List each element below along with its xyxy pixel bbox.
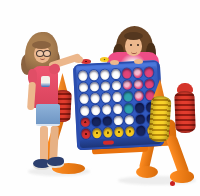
board-grid bbox=[78, 67, 156, 139]
logo-sticker bbox=[103, 140, 114, 145]
girl-right-hand-right bbox=[134, 59, 143, 64]
board-cell-r1c5 bbox=[122, 68, 131, 78]
board-cell-r5c5 bbox=[125, 115, 134, 125]
board-cell-r3c6 bbox=[135, 91, 144, 101]
board-cell-r1c4 bbox=[111, 69, 120, 79]
board-cell-r6c6 bbox=[136, 126, 145, 136]
girl-left-smile bbox=[40, 56, 45, 60]
board-cell-r5c4 bbox=[114, 115, 123, 125]
frame-front-foot bbox=[136, 166, 158, 178]
board-cell-r1c3 bbox=[100, 69, 109, 79]
rail-disc-yellow bbox=[100, 57, 109, 62]
board-cell-r1c6 bbox=[133, 68, 142, 78]
board-cell-r3c4 bbox=[113, 92, 122, 102]
board-cell-r5c2 bbox=[92, 117, 101, 127]
board-cell-r2c3 bbox=[101, 81, 110, 91]
board-cell-r6c5 bbox=[125, 127, 134, 137]
board-cell-r2c7 bbox=[145, 79, 154, 89]
girl-left-bangs bbox=[32, 41, 51, 49]
girl-left-leg-left bbox=[40, 126, 48, 162]
girl-right-eye-right bbox=[137, 44, 139, 46]
board-cell-r6c1 bbox=[81, 129, 90, 139]
girl-right-smile bbox=[131, 49, 137, 54]
board-cell-r1c1 bbox=[78, 71, 87, 81]
girl-right-eye-left bbox=[130, 44, 132, 46]
board-cell-r4c4 bbox=[113, 104, 122, 114]
board-cell-r3c3 bbox=[101, 93, 110, 103]
disc-holder-far-right-red-rings bbox=[174, 91, 195, 134]
board-cell-r3c5 bbox=[124, 92, 133, 102]
scene-giant-connect-four-photo bbox=[0, 0, 200, 196]
board-cell-r5c1 bbox=[81, 117, 90, 127]
board-cell-r3c1 bbox=[79, 94, 88, 104]
girl-right-hand-left bbox=[110, 60, 119, 65]
board-cell-r3c2 bbox=[90, 93, 99, 103]
girl-left-hand bbox=[74, 56, 83, 63]
board-cell-r2c2 bbox=[90, 82, 99, 92]
board-cell-r2c6 bbox=[134, 79, 143, 89]
frame-right-foot bbox=[170, 170, 194, 183]
board-cell-r2c1 bbox=[79, 82, 88, 92]
disc-holder-yellow-rings bbox=[148, 95, 171, 142]
board-cell-r6c3 bbox=[103, 128, 112, 138]
board-cell-r2c5 bbox=[123, 80, 132, 90]
board-cell-r4c1 bbox=[80, 106, 89, 116]
board-cell-r1c2 bbox=[89, 70, 98, 80]
board-cell-r5c3 bbox=[103, 116, 112, 126]
board-cell-r4c5 bbox=[124, 103, 133, 113]
board-cell-r5c6 bbox=[136, 114, 145, 124]
board-cell-r2c4 bbox=[112, 81, 121, 91]
board-cell-r6c2 bbox=[92, 128, 101, 138]
board-cell-r1c7 bbox=[144, 67, 153, 77]
board-cell-r4c6 bbox=[135, 103, 144, 113]
board-cell-r6c4 bbox=[114, 127, 123, 137]
board-cell-r4c2 bbox=[91, 105, 100, 115]
board-cell-r4c3 bbox=[102, 104, 111, 114]
girl-left-shirt-graphic bbox=[41, 76, 50, 87]
girl-left-denim-shorts bbox=[36, 104, 60, 126]
girl-right-bangs bbox=[124, 32, 143, 40]
